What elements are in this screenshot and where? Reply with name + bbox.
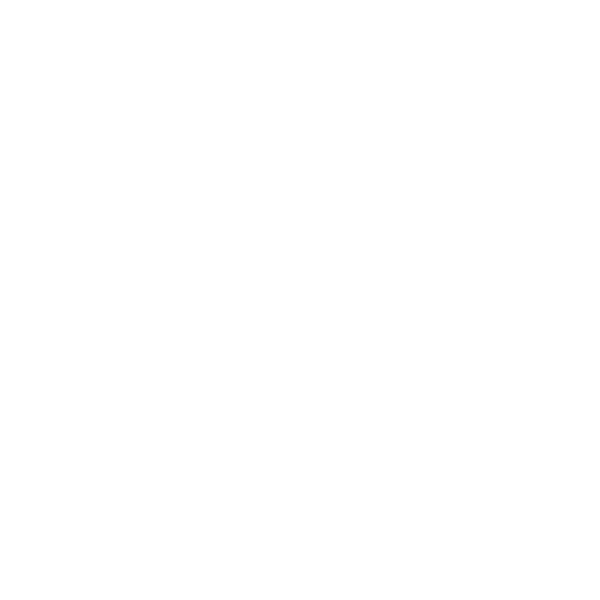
chess-pieces	[0, 0, 600, 600]
box-sides	[0, 0, 600, 600]
chess-set-product-photo	[0, 0, 600, 600]
box-top-face	[0, 0, 600, 600]
chess-board	[0, 0, 600, 600]
